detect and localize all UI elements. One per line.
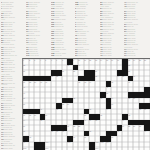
cell-number: 66 — [144, 108, 146, 110]
cell-number: 56 — [133, 97, 135, 99]
cell-number: 104 — [106, 141, 109, 143]
cell-number: 87 — [139, 125, 141, 127]
clue-column-top-4: 21 —— ———22 —————— ——24 ——— —25 ————26 —… — [100, 1, 123, 57]
clue-column-top-5: 46 ———— —47 —— ——48 —————— ———50 ——— —51… — [124, 1, 147, 57]
cell-number: 69 — [34, 114, 36, 116]
cell-number: 4 — [40, 59, 41, 61]
cell-number: 58 — [62, 103, 64, 105]
cell-number: 61 — [40, 108, 42, 110]
crossword-grid[interactable]: 1234567891011121314151617181920212223242… — [23, 59, 150, 150]
cell-number: 38 — [29, 81, 31, 83]
cell-number: 93 — [117, 130, 119, 132]
cell-number: 43 — [84, 81, 86, 83]
clue-column-left-text: 1 ——— ———— ———4 — ————9 ——— ——————12 —— … — [1, 1, 8, 149]
cell-number: 65 — [139, 108, 141, 110]
cell-number: 82 — [73, 125, 75, 127]
cell-number: 81 — [67, 125, 69, 127]
cell-number: 40 — [40, 81, 42, 83]
cell-number: 39 — [34, 81, 36, 83]
cell-number: 57 — [23, 103, 25, 105]
cell-number: 96 — [73, 136, 75, 138]
cell-number: 89 — [51, 130, 53, 132]
cell-number: 15 — [106, 59, 108, 61]
cell-number: 49 — [23, 92, 25, 94]
cell-number: 2 — [29, 59, 30, 61]
cell-number: 107 — [95, 147, 98, 149]
cell-number: 78 — [95, 119, 97, 121]
cell-number: 53 — [100, 97, 102, 99]
cell-number: 7 — [56, 59, 57, 61]
cell-number: 92 — [89, 130, 91, 132]
cell-number: 68 — [29, 114, 31, 116]
clue-column-top-1: 77 —— ———78 ————79 ——— ——— ——81 ————82 —… — [26, 1, 49, 57]
cell-number: 28 — [73, 70, 75, 72]
cell-number: 9 — [73, 59, 74, 61]
cell-number: 105 — [23, 147, 26, 149]
cell-number: 73 — [128, 114, 130, 116]
cell-number: 1 — [23, 59, 24, 61]
clue-column-top-2: 102 ——— —103 —————— ———105 —— ——106 ————… — [51, 1, 74, 57]
crossword-grid-frame: 1234567891011121314151617181920212223242… — [22, 58, 150, 150]
cell-number: 13 — [95, 59, 97, 61]
clue-column-top-3-text: 127 ————128 ——— ——— ———1 —— ——2 ————3 ——… — [75, 1, 83, 57]
crossword-page: 1 ——— ———— ———4 — ————9 ——— ——————12 —— … — [0, 0, 150, 150]
cell-number: 21 — [144, 59, 146, 61]
cell-number: 5 — [45, 59, 46, 61]
cell-number: 67 — [23, 114, 25, 116]
cell-number: 71 — [84, 114, 86, 116]
cell-number: 27 — [62, 70, 64, 72]
clue-column-top-2-text: 102 ——— —103 —————— ———105 —— ——106 ————… — [51, 1, 59, 57]
cell-number: 85 — [128, 125, 130, 127]
cell-number: 72 — [100, 114, 102, 116]
cell-number: 18 — [128, 59, 130, 61]
cell-number: 64 — [106, 108, 108, 110]
cell-number: 55 — [128, 97, 130, 99]
clue-column-left: 1 ——— ———— ———4 — ————9 ——— ——————12 —— … — [1, 1, 22, 149]
cell-number: 70 — [45, 114, 47, 116]
cell-number: 79 — [122, 119, 124, 121]
cell-number: 25 — [128, 64, 130, 66]
clue-column-top-4-text: 21 —— ———22 —————— ——24 ——— —25 ————26 —… — [100, 1, 108, 57]
cell-number: 10 — [78, 59, 80, 61]
cell-number: 42 — [78, 81, 80, 83]
cell-number: 51 — [23, 97, 25, 99]
cell-number: 106 — [45, 147, 48, 149]
cell-number: 14 — [100, 59, 102, 61]
cell-number: 3 — [34, 59, 35, 61]
cell-number: 63 — [89, 108, 91, 110]
cell-number: 31 — [51, 75, 53, 77]
cell-number: 34 — [117, 75, 119, 77]
cell-number: 48 — [106, 86, 108, 88]
cell-number: 33 — [95, 75, 97, 77]
clue-column-top-3: 127 ————128 ——— ——— ———1 —— ——2 ————3 ——… — [75, 1, 98, 57]
cell-number: 52 — [73, 97, 75, 99]
clue-line: 126 —— — — [51, 55, 59, 57]
cell-number: 97 — [84, 136, 86, 138]
cell-number: 100 — [45, 141, 48, 143]
cell-number: 90 — [56, 130, 58, 132]
cell-number: 36 — [133, 75, 135, 77]
cell-number: 94 — [144, 130, 146, 132]
clue-line: 101 —— —— — [26, 55, 34, 57]
cell-number: 103 — [100, 141, 103, 143]
cell-number: 32 — [56, 75, 58, 77]
cell-number: 29 — [95, 70, 97, 72]
cell-number: 16 — [111, 59, 113, 61]
cell-number: 98 — [111, 136, 113, 138]
cell-number: 102 — [95, 141, 98, 143]
cell-number: 77 — [89, 119, 91, 121]
cell-number: 12 — [89, 59, 91, 61]
cell-number: 35 — [122, 75, 124, 77]
cell-number: 20 — [139, 59, 141, 61]
cell-number: 50 — [106, 92, 108, 94]
cell-number: 76 — [84, 119, 86, 121]
cell-number: 83 — [78, 125, 80, 127]
clue-line: 45 —— —— — [100, 55, 108, 57]
grid-cell[interactable] — [144, 147, 150, 150]
cell-number: 41 — [45, 81, 47, 83]
cell-number: 47 — [23, 86, 25, 88]
cell-number: 26 — [23, 70, 25, 72]
clue-column-top-1-text: 77 —— ———78 ————79 ——— ——— ——81 ————82 —… — [26, 1, 34, 57]
cell-number: 11 — [84, 59, 86, 61]
cell-number: 17 — [117, 59, 119, 61]
cell-number: 95 — [29, 136, 31, 138]
cell-number: 74 — [23, 119, 25, 121]
clue-line: 70 ——— — — [124, 55, 132, 57]
cell-number: 91 — [62, 130, 64, 132]
cell-number: 45 — [111, 81, 113, 83]
cell-number: 101 — [67, 141, 70, 143]
cell-number: 59 — [67, 103, 69, 105]
cell-number: 22 — [23, 64, 25, 66]
clue-column-top-5-text: 46 ———— —47 —— ——48 —————— ———50 ——— —51… — [124, 1, 132, 57]
cell-number: 84 — [122, 125, 124, 127]
cell-number: 19 — [133, 59, 135, 61]
cell-number: 75 — [40, 119, 42, 121]
clue-line: 20 ——— — — [75, 55, 83, 57]
cell-number: 30 — [128, 70, 130, 72]
cell-number: 88 — [23, 130, 25, 132]
cell-number: 44 — [89, 81, 91, 83]
cell-number: 80 — [23, 125, 25, 127]
cell-number: 8 — [62, 59, 63, 61]
cell-number: 54 — [111, 97, 113, 99]
cell-number: 6 — [51, 59, 52, 61]
cell-number: 86 — [133, 125, 135, 127]
cell-number: 37 — [23, 81, 25, 83]
cell-number: 24 — [78, 64, 80, 66]
cell-number: 60 — [111, 103, 113, 105]
cell-number: 99 — [23, 141, 25, 143]
cell-number: 23 — [67, 64, 69, 66]
cell-number: 62 — [56, 108, 58, 110]
cell-number: 46 — [128, 81, 130, 83]
